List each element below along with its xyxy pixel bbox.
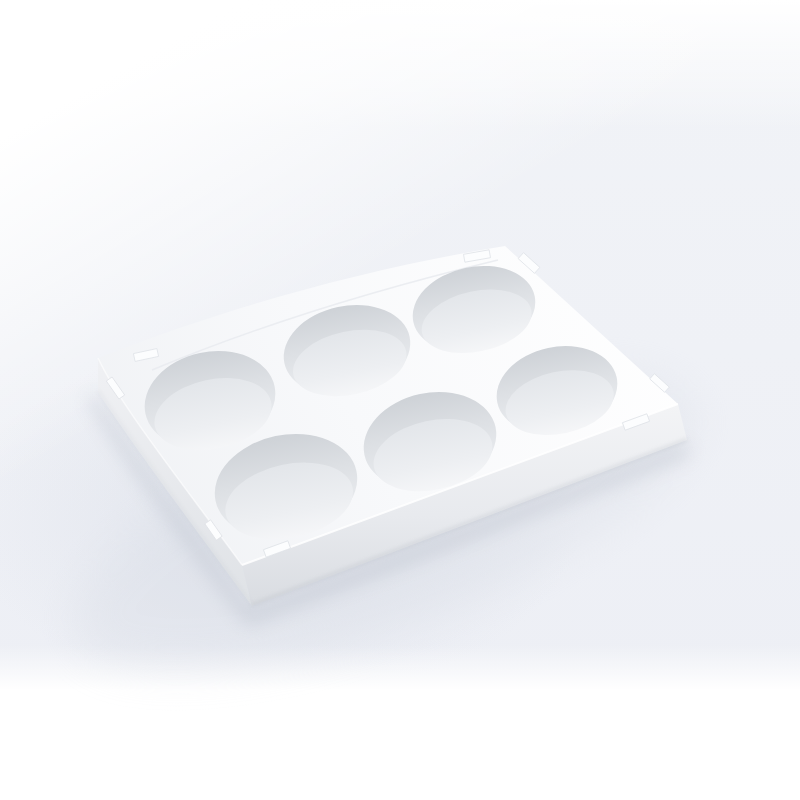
tray-illustration [0,0,800,800]
product-photo [0,0,800,800]
